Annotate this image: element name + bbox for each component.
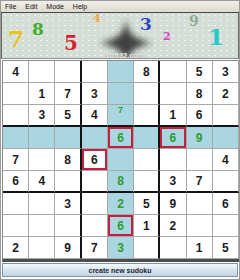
cell-r2c3[interactable]: 7	[55, 83, 81, 105]
cell-r7c2[interactable]	[29, 193, 55, 215]
sudoku-board: 4853173823547166697864648373259661229731…	[2, 60, 240, 262]
banner-digit-5: 5	[64, 33, 78, 53]
cell-r8c4[interactable]	[82, 215, 108, 237]
cell-r4c9[interactable]	[213, 127, 239, 149]
cell-r3c3[interactable]: 5	[55, 105, 81, 127]
cell-r9c3[interactable]: 9	[55, 237, 81, 259]
cell-r1c7[interactable]	[160, 61, 186, 83]
cell-r7c5[interactable]: 2	[108, 193, 134, 215]
menu-bar: File Edit Mode Help	[1, 1, 239, 13]
cell-r5c3[interactable]: 8	[55, 149, 81, 171]
menu-file[interactable]: File	[4, 3, 17, 10]
cell-r9c7[interactable]	[160, 237, 186, 259]
cell-r5c2[interactable]	[29, 149, 55, 171]
cell-r3c1[interactable]	[3, 105, 29, 127]
cell-r4c5[interactable]: 6	[108, 127, 134, 149]
cell-r7c4[interactable]	[82, 193, 108, 215]
menu-help[interactable]: Help	[72, 3, 88, 10]
cell-r8c5[interactable]: 6	[108, 215, 134, 237]
sudoku-app-window: File Edit Mode Help 78543291 48531738235…	[0, 0, 240, 280]
cell-r6c8[interactable]: 7	[187, 171, 213, 193]
banner-digit-2: 2	[163, 31, 171, 42]
cell-r4c7[interactable]: 6	[160, 127, 186, 149]
cell-r1c8[interactable]: 5	[187, 61, 213, 83]
cell-r1c9[interactable]: 3	[213, 61, 239, 83]
cell-r5c4[interactable]: 6	[82, 149, 108, 171]
cell-r4c6[interactable]	[134, 127, 160, 149]
cell-r1c5[interactable]	[108, 61, 134, 83]
cell-r2c8[interactable]: 8	[187, 83, 213, 105]
banner-digit-3: 3	[140, 16, 152, 33]
cell-r7c9[interactable]: 6	[213, 193, 239, 215]
cell-r1c4[interactable]	[82, 61, 108, 83]
cell-r9c9[interactable]: 5	[213, 237, 239, 259]
cell-r6c6[interactable]	[134, 171, 160, 193]
cell-r5c7[interactable]	[160, 149, 186, 171]
cell-r1c6[interactable]: 8	[134, 61, 160, 83]
cell-r3c7[interactable]: 1	[160, 105, 186, 127]
cell-r3c9[interactable]	[213, 105, 239, 127]
cell-r9c5[interactable]: 3	[108, 237, 134, 259]
cell-r8c6[interactable]: 1	[134, 215, 160, 237]
cell-r3c8[interactable]: 6	[187, 105, 213, 127]
cell-r7c6[interactable]: 5	[134, 193, 160, 215]
cell-r4c8[interactable]: 9	[187, 127, 213, 149]
banner-digit-4: 4	[93, 13, 101, 24]
cell-r6c2[interactable]: 4	[29, 171, 55, 193]
cell-r1c3[interactable]	[55, 61, 81, 83]
cell-r6c4[interactable]	[82, 171, 108, 193]
banner-digit-1: 1	[208, 25, 224, 48]
cell-r3c6[interactable]	[134, 105, 160, 127]
cell-r4c2[interactable]	[29, 127, 55, 149]
cell-r6c1[interactable]: 6	[3, 171, 29, 193]
cell-r8c8[interactable]	[187, 215, 213, 237]
decorative-banner: 78543291	[1, 13, 239, 59]
cell-r9c6[interactable]	[134, 237, 160, 259]
cell-r5c9[interactable]: 4	[213, 149, 239, 171]
cell-r7c1[interactable]	[3, 193, 29, 215]
cell-r4c1[interactable]	[3, 127, 29, 149]
cell-r8c9[interactable]	[213, 215, 239, 237]
cell-r8c1[interactable]	[3, 215, 29, 237]
cell-r2c1[interactable]	[3, 83, 29, 105]
cell-r3c2[interactable]: 3	[29, 105, 55, 127]
cell-r7c8[interactable]	[187, 193, 213, 215]
cell-r2c4[interactable]: 3	[82, 83, 108, 105]
cell-r2c9[interactable]: 2	[213, 83, 239, 105]
banner-digit-9: 9	[189, 14, 199, 28]
cell-r8c3[interactable]	[55, 215, 81, 237]
create-new-sudoku-button[interactable]: create new sudoku	[2, 263, 238, 277]
cell-r8c2[interactable]	[29, 215, 55, 237]
cell-r6c9[interactable]	[213, 171, 239, 193]
menu-edit[interactable]: Edit	[24, 3, 38, 10]
cell-r9c8[interactable]: 1	[187, 237, 213, 259]
cell-r2c7[interactable]	[160, 83, 186, 105]
cell-r7c3[interactable]: 3	[55, 193, 81, 215]
cell-r9c4[interactable]: 7	[82, 237, 108, 259]
cell-r5c8[interactable]	[187, 149, 213, 171]
menu-mode[interactable]: Mode	[45, 3, 65, 10]
cell-r9c2[interactable]	[29, 237, 55, 259]
cell-r7c7[interactable]: 9	[160, 193, 186, 215]
cell-r5c6[interactable]	[134, 149, 160, 171]
banner-digit-8: 8	[32, 21, 44, 38]
banner-digit-7: 7	[8, 27, 24, 50]
cell-r6c3[interactable]	[55, 171, 81, 193]
cell-r2c2[interactable]: 1	[29, 83, 55, 105]
cell-r4c4[interactable]	[82, 127, 108, 149]
cell-r5c5[interactable]	[108, 149, 134, 171]
cell-r9c1[interactable]: 2	[3, 237, 29, 259]
cell-r6c5[interactable]: 8	[108, 171, 134, 193]
cell-r3c5[interactable]: 7	[108, 105, 134, 127]
cell-r5c1[interactable]: 7	[3, 149, 29, 171]
cell-r3c4[interactable]: 4	[82, 105, 108, 127]
cell-r4c3[interactable]	[55, 127, 81, 149]
cell-r2c6[interactable]	[134, 83, 160, 105]
cell-r8c7[interactable]: 2	[160, 215, 186, 237]
cell-r1c2[interactable]	[29, 61, 55, 83]
cell-r6c7[interactable]: 3	[160, 171, 186, 193]
cell-r2c5[interactable]	[108, 83, 134, 105]
cell-r1c1[interactable]: 4	[3, 61, 29, 83]
